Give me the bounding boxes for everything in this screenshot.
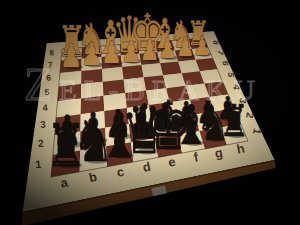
piece-white-P-e7: ♟: [140, 33, 160, 67]
chess-board-photo: abcdefgh1122334455667788♜♞♝♛♚♝♞♜♟♟♟♟♟♟♟♟…: [0, 0, 300, 225]
piece-white-P-g7: ♟: [176, 32, 195, 63]
piece-white-P-b7: ♟: [81, 36, 103, 73]
piece-white-P-d7: ♟: [121, 34, 142, 69]
piece-black-R-h1: ♜: [219, 96, 249, 146]
piece-white-P-f7: ♟: [158, 32, 177, 65]
piece-white-P-h7: ♟: [193, 30, 211, 60]
piece-white-P-a7: ♟: [60, 37, 83, 75]
piece-white-P-c7: ♟: [101, 35, 122, 70]
